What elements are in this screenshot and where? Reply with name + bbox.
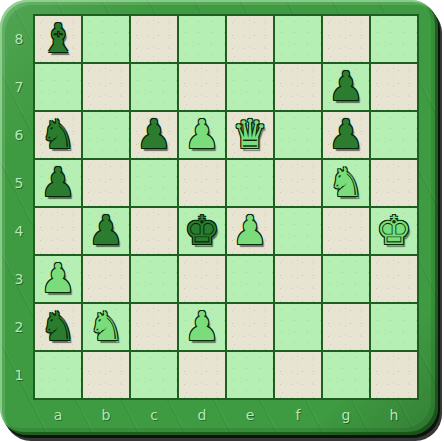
square-c5[interactable] — [131, 160, 177, 206]
square-g3[interactable] — [323, 256, 369, 302]
square-a8[interactable]: ♝ — [35, 16, 81, 62]
rank-label-4: 4 — [0, 208, 33, 254]
square-g7[interactable]: ♟ — [323, 64, 369, 110]
square-f1[interactable] — [275, 352, 321, 398]
rank-label-7: 7 — [0, 64, 33, 110]
rank-label-5: 5 — [0, 160, 33, 206]
square-c1[interactable] — [131, 352, 177, 398]
rank-label-3: 3 — [0, 256, 33, 302]
file-label-c: c — [131, 400, 177, 430]
square-b7[interactable] — [83, 64, 129, 110]
file-label-g: g — [323, 400, 369, 430]
square-h7[interactable] — [371, 64, 417, 110]
piece-black-knight[interactable]: ♞ — [40, 303, 76, 349]
square-g4[interactable] — [323, 208, 369, 254]
piece-black-pawn[interactable]: ♟ — [88, 207, 124, 253]
rank-label-1: 1 — [0, 352, 33, 398]
square-d1[interactable] — [179, 352, 225, 398]
square-c3[interactable] — [131, 256, 177, 302]
square-a6[interactable]: ♞ — [35, 112, 81, 158]
square-a5[interactable]: ♟ — [35, 160, 81, 206]
square-a2[interactable]: ♞ — [35, 304, 81, 350]
file-label-e: e — [227, 400, 273, 430]
square-d5[interactable] — [179, 160, 225, 206]
square-f7[interactable] — [275, 64, 321, 110]
piece-white-king[interactable]: ♚ — [376, 207, 412, 253]
square-h3[interactable] — [371, 256, 417, 302]
square-d2[interactable]: ♟ — [179, 304, 225, 350]
square-h6[interactable] — [371, 112, 417, 158]
square-f6[interactable] — [275, 112, 321, 158]
piece-white-pawn[interactable]: ♟ — [232, 207, 268, 253]
square-f3[interactable] — [275, 256, 321, 302]
square-c8[interactable] — [131, 16, 177, 62]
square-f4[interactable] — [275, 208, 321, 254]
square-h1[interactable] — [371, 352, 417, 398]
square-h2[interactable] — [371, 304, 417, 350]
square-f8[interactable] — [275, 16, 321, 62]
piece-white-knight[interactable]: ♞ — [88, 303, 124, 349]
square-c2[interactable] — [131, 304, 177, 350]
square-e6[interactable]: ♛ — [227, 112, 273, 158]
square-b6[interactable] — [83, 112, 129, 158]
rank-label-6: 6 — [0, 112, 33, 158]
square-g2[interactable] — [323, 304, 369, 350]
square-c7[interactable] — [131, 64, 177, 110]
square-g5[interactable]: ♞ — [323, 160, 369, 206]
square-d7[interactable] — [179, 64, 225, 110]
square-f5[interactable] — [275, 160, 321, 206]
square-e4[interactable]: ♟ — [227, 208, 273, 254]
file-label-f: f — [275, 400, 321, 430]
piece-white-knight[interactable]: ♞ — [328, 159, 364, 205]
square-b4[interactable]: ♟ — [83, 208, 129, 254]
square-b8[interactable] — [83, 16, 129, 62]
square-b5[interactable] — [83, 160, 129, 206]
square-g8[interactable] — [323, 16, 369, 62]
square-b3[interactable] — [83, 256, 129, 302]
piece-white-pawn[interactable]: ♟ — [40, 255, 76, 301]
piece-black-pawn[interactable]: ♟ — [328, 63, 364, 109]
square-e2[interactable] — [227, 304, 273, 350]
piece-black-pawn[interactable]: ♟ — [328, 111, 364, 157]
square-b2[interactable]: ♞ — [83, 304, 129, 350]
square-a7[interactable] — [35, 64, 81, 110]
square-d4[interactable]: ♚ — [179, 208, 225, 254]
square-d8[interactable] — [179, 16, 225, 62]
square-e3[interactable] — [227, 256, 273, 302]
square-g6[interactable]: ♟ — [323, 112, 369, 158]
rank-label-2: 2 — [0, 304, 33, 350]
square-a3[interactable]: ♟ — [35, 256, 81, 302]
piece-white-pawn[interactable]: ♟ — [184, 303, 220, 349]
square-a1[interactable] — [35, 352, 81, 398]
square-e8[interactable] — [227, 16, 273, 62]
board-frame: 87654321 ♝♟♞♟♟♛♟♟♞♟♚♟♚♟♞♞♟ abcdefgh — [0, 0, 438, 435]
rank-labels: 87654321 — [0, 14, 33, 400]
square-h8[interactable] — [371, 16, 417, 62]
square-e1[interactable] — [227, 352, 273, 398]
file-labels: abcdefgh — [33, 400, 419, 430]
square-d6[interactable]: ♟ — [179, 112, 225, 158]
piece-black-knight[interactable]: ♞ — [40, 111, 76, 157]
file-label-h: h — [371, 400, 417, 430]
square-d3[interactable] — [179, 256, 225, 302]
file-label-d: d — [179, 400, 225, 430]
piece-black-bishop[interactable]: ♝ — [40, 15, 76, 61]
piece-black-pawn[interactable]: ♟ — [136, 111, 172, 157]
square-c6[interactable]: ♟ — [131, 112, 177, 158]
square-h4[interactable]: ♚ — [371, 208, 417, 254]
square-b1[interactable] — [83, 352, 129, 398]
piece-black-pawn[interactable]: ♟ — [40, 159, 76, 205]
square-c4[interactable] — [131, 208, 177, 254]
piece-white-pawn[interactable]: ♟ — [184, 111, 220, 157]
square-e7[interactable] — [227, 64, 273, 110]
file-label-b: b — [83, 400, 129, 430]
file-label-a: a — [35, 400, 81, 430]
square-g1[interactable] — [323, 352, 369, 398]
piece-black-king[interactable]: ♚ — [184, 207, 220, 253]
square-e5[interactable] — [227, 160, 273, 206]
square-a4[interactable] — [35, 208, 81, 254]
chess-board: ♝♟♞♟♟♛♟♟♞♟♚♟♚♟♞♞♟ — [33, 14, 419, 400]
square-h5[interactable] — [371, 160, 417, 206]
square-f2[interactable] — [275, 304, 321, 350]
piece-white-queen[interactable]: ♛ — [232, 111, 268, 157]
rank-label-8: 8 — [0, 16, 33, 62]
